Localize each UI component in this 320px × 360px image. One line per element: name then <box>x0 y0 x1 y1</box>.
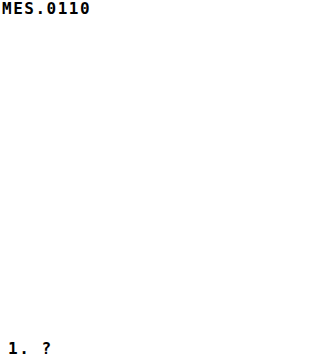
move-prompt: 1. ? <box>0 337 320 360</box>
chess-board <box>0 17 320 337</box>
chess-diagram: MES.0110 1. ? <box>0 0 320 360</box>
diagram-title: MES.0110 <box>0 0 320 17</box>
